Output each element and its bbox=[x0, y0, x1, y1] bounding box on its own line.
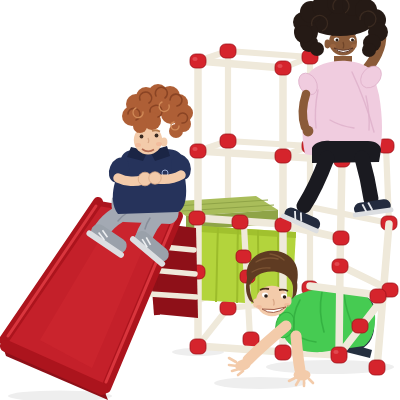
scene-illustration bbox=[0, 0, 400, 400]
child-standing-girl bbox=[280, 0, 394, 234]
eye bbox=[264, 294, 268, 298]
hand bbox=[149, 172, 161, 184]
eye bbox=[336, 39, 339, 42]
product-photo bbox=[0, 0, 400, 400]
lower-arm bbox=[303, 94, 306, 127]
eye bbox=[155, 134, 159, 138]
hand-gripping-bar bbox=[303, 126, 314, 137]
eye bbox=[351, 39, 354, 42]
arm bbox=[296, 336, 300, 370]
eye bbox=[140, 135, 144, 139]
leggings-leg bbox=[362, 158, 371, 199]
eye bbox=[283, 295, 287, 299]
